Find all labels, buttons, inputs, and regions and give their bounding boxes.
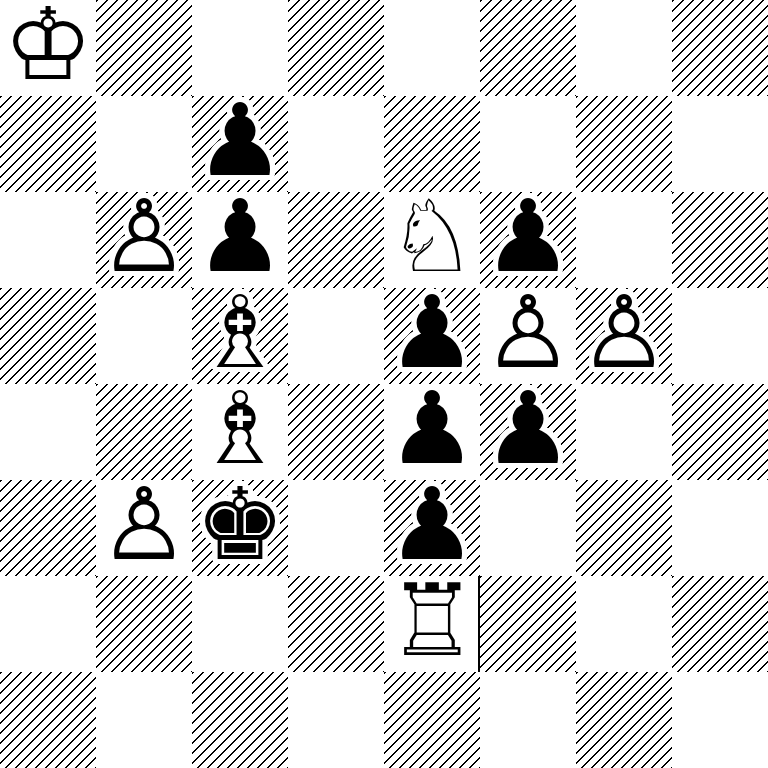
piece-outline-layer: ♙ <box>99 192 189 287</box>
white-rook[interactable]: ♜♖ <box>384 576 480 672</box>
square-a6[interactable] <box>0 192 96 288</box>
square-b2[interactable] <box>96 576 192 672</box>
square-f6[interactable]: ♟ <box>480 192 576 288</box>
square-h1[interactable] <box>672 672 768 768</box>
piece-silhouette-layer: ♚ <box>195 480 285 575</box>
square-b3[interactable]: ♟♙ <box>96 480 192 576</box>
square-b7[interactable] <box>96 96 192 192</box>
square-h7[interactable] <box>672 96 768 192</box>
piece-outline-layer: ♔ <box>3 0 93 95</box>
square-d8[interactable] <box>288 0 384 96</box>
piece-outline-layer: ♙ <box>99 480 189 575</box>
square-c2[interactable] <box>192 576 288 672</box>
black-pawn[interactable]: ♟ <box>480 192 576 288</box>
square-a3[interactable] <box>0 480 96 576</box>
white-pawn[interactable]: ♟♙ <box>96 192 192 288</box>
square-c7[interactable]: ♟ <box>192 96 288 192</box>
square-c5[interactable]: ♝♗ <box>192 288 288 384</box>
square-f3[interactable] <box>480 480 576 576</box>
white-king[interactable]: ♚♔ <box>0 0 96 96</box>
square-c1[interactable] <box>192 672 288 768</box>
black-pawn[interactable]: ♟ <box>192 192 288 288</box>
square-a2[interactable] <box>0 576 96 672</box>
square-e7[interactable] <box>384 96 480 192</box>
square-e2[interactable]: ♜♖ <box>384 576 480 672</box>
piece-silhouette-layer: ♟ <box>387 384 477 479</box>
square-h6[interactable] <box>672 192 768 288</box>
square-d2[interactable] <box>288 576 384 672</box>
black-pawn[interactable]: ♟ <box>480 384 576 480</box>
square-a8[interactable]: ♚♔ <box>0 0 96 96</box>
square-e8[interactable] <box>384 0 480 96</box>
white-bishop[interactable]: ♝♗ <box>192 384 288 480</box>
square-e3[interactable]: ♟ <box>384 480 480 576</box>
square-f5[interactable]: ♟♙ <box>480 288 576 384</box>
square-c8[interactable] <box>192 0 288 96</box>
chess-board: ♚♔♟♟♙♟♞♘♟♝♗♟♟♙♟♙♝♗♟♟♟♙♚♟♜♖ <box>0 0 768 768</box>
piece-outline-layer: ♗ <box>195 288 285 383</box>
piece-outline-layer: ♘ <box>387 192 477 287</box>
square-d1[interactable] <box>288 672 384 768</box>
square-a4[interactable] <box>0 384 96 480</box>
piece-silhouette-layer: ♟ <box>483 192 573 287</box>
square-h5[interactable] <box>672 288 768 384</box>
piece-outline-layer: ♖ <box>387 576 477 671</box>
piece-silhouette-layer: ♟ <box>195 192 285 287</box>
square-e4[interactable]: ♟ <box>384 384 480 480</box>
square-b1[interactable] <box>96 672 192 768</box>
piece-outline-layer: ♙ <box>579 288 669 383</box>
square-h4[interactable] <box>672 384 768 480</box>
square-e1[interactable] <box>384 672 480 768</box>
square-a1[interactable] <box>0 672 96 768</box>
square-h3[interactable] <box>672 480 768 576</box>
square-g2[interactable] <box>576 576 672 672</box>
black-king[interactable]: ♚ <box>192 480 288 576</box>
piece-outline-layer: ♙ <box>483 288 573 383</box>
square-h2[interactable] <box>672 576 768 672</box>
square-h8[interactable] <box>672 0 768 96</box>
square-g8[interactable] <box>576 0 672 96</box>
white-pawn[interactable]: ♟♙ <box>480 288 576 384</box>
square-d7[interactable] <box>288 96 384 192</box>
white-bishop[interactable]: ♝♗ <box>192 288 288 384</box>
piece-silhouette-layer: ♟ <box>483 384 573 479</box>
square-a7[interactable] <box>0 96 96 192</box>
square-c3[interactable]: ♚ <box>192 480 288 576</box>
square-d4[interactable] <box>288 384 384 480</box>
square-g7[interactable] <box>576 96 672 192</box>
square-g4[interactable] <box>576 384 672 480</box>
piece-silhouette-layer: ♟ <box>387 288 477 383</box>
square-g5[interactable]: ♟♙ <box>576 288 672 384</box>
square-e5[interactable]: ♟ <box>384 288 480 384</box>
square-a5[interactable] <box>0 288 96 384</box>
square-b5[interactable] <box>96 288 192 384</box>
square-b4[interactable] <box>96 384 192 480</box>
square-b6[interactable]: ♟♙ <box>96 192 192 288</box>
black-pawn[interactable]: ♟ <box>384 288 480 384</box>
black-pawn[interactable]: ♟ <box>384 384 480 480</box>
square-e6[interactable]: ♞♘ <box>384 192 480 288</box>
square-f1[interactable] <box>480 672 576 768</box>
square-g3[interactable] <box>576 480 672 576</box>
square-g1[interactable] <box>576 672 672 768</box>
square-b8[interactable] <box>96 0 192 96</box>
square-f8[interactable] <box>480 0 576 96</box>
square-d3[interactable] <box>288 480 384 576</box>
square-d6[interactable] <box>288 192 384 288</box>
piece-silhouette-layer: ♟ <box>387 480 477 575</box>
square-f7[interactable] <box>480 96 576 192</box>
square-f4[interactable]: ♟ <box>480 384 576 480</box>
black-pawn[interactable]: ♟ <box>192 96 288 192</box>
square-g6[interactable] <box>576 192 672 288</box>
white-knight[interactable]: ♞♘ <box>384 192 480 288</box>
square-c4[interactable]: ♝♗ <box>192 384 288 480</box>
piece-outline-layer: ♗ <box>195 384 285 479</box>
white-pawn[interactable]: ♟♙ <box>576 288 672 384</box>
square-f2[interactable] <box>480 576 576 672</box>
piece-silhouette-layer: ♟ <box>195 96 285 191</box>
white-pawn[interactable]: ♟♙ <box>96 480 192 576</box>
black-pawn[interactable]: ♟ <box>384 480 480 576</box>
square-d5[interactable] <box>288 288 384 384</box>
square-c6[interactable]: ♟ <box>192 192 288 288</box>
